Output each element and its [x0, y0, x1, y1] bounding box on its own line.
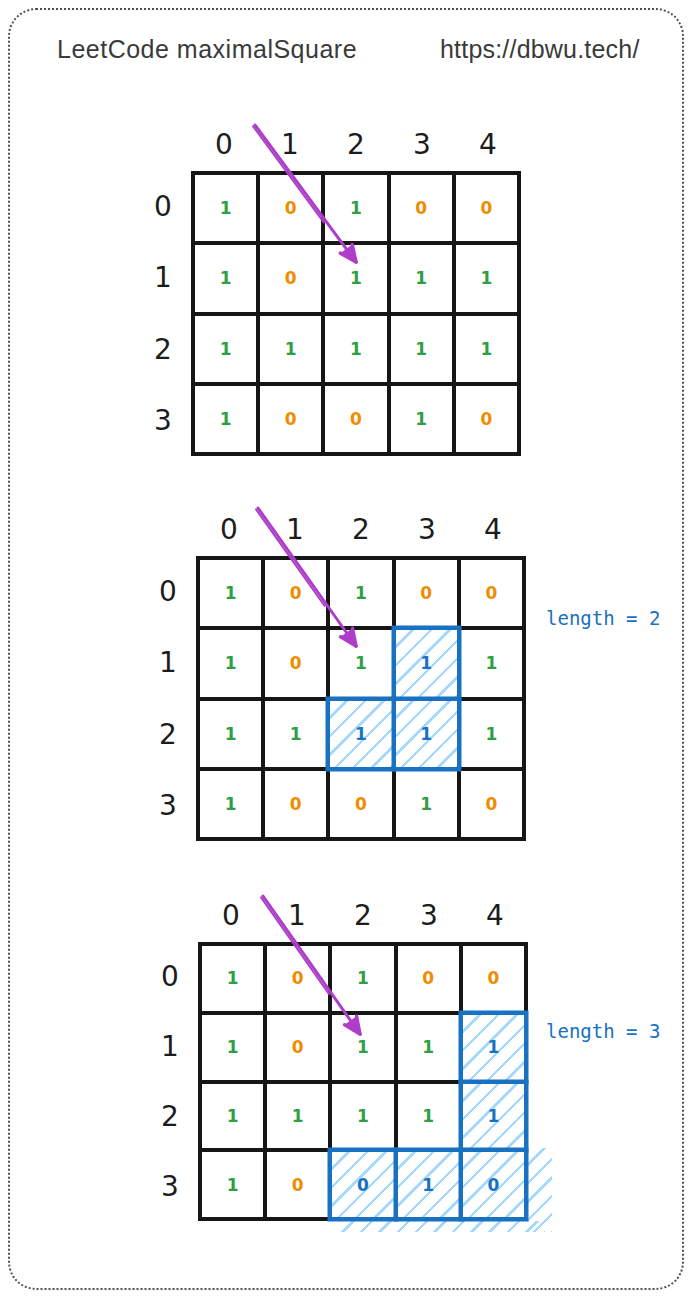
matrix-cell-highlighted: 1 [461, 1013, 526, 1082]
matrix-cell: 0 [461, 944, 526, 1013]
matrix-cell: 1 [330, 1013, 395, 1082]
matrix-cell-highlighted: 1 [461, 1082, 526, 1151]
matrix-cell: 1 [200, 1150, 265, 1219]
matrix-cell: 1 [200, 1013, 265, 1082]
col-label: 4 [462, 898, 528, 934]
matrix-cell: 1 [265, 1082, 330, 1151]
row-labels: 0123 [148, 942, 192, 1221]
matrix-cell: 1 [396, 1013, 461, 1082]
hatch-overflow-bottom [337, 1221, 545, 1232]
matrix-cell: 1 [200, 1082, 265, 1151]
row-label: 3 [148, 1151, 192, 1221]
matrix-cell: 0 [265, 1150, 330, 1219]
row-label: 0 [148, 942, 192, 1012]
matrix-cell-highlighted: 1 [394, 699, 459, 769]
matrix-cell: 1 [396, 1082, 461, 1151]
matrix-cell: 0 [396, 944, 461, 1013]
figure-step-3: 01234012310100101111111110010length = 3 [0, 0, 692, 1298]
diagram-canvas: LeetCode maximalSquare https://dbwu.tech… [0, 0, 692, 1298]
column-labels: 01234 [198, 898, 528, 934]
matrix-cell: 1 [200, 944, 265, 1013]
col-label: 1 [264, 898, 330, 934]
col-label: 0 [198, 898, 264, 934]
matrix-cell-highlighted: 1 [394, 628, 459, 698]
matrix-cell-highlighted: 0 [461, 1150, 526, 1219]
matrix-cell: 1 [330, 1082, 395, 1151]
col-label: 2 [330, 898, 396, 934]
matrix-cell-highlighted: 1 [396, 1150, 461, 1219]
matrix-cell: 0 [265, 1013, 330, 1082]
length-label: length = 2 [546, 607, 660, 629]
length-label: length = 3 [546, 1020, 660, 1042]
row-label: 2 [148, 1082, 192, 1152]
matrix-cell: 0 [265, 944, 330, 1013]
row-label: 1 [148, 1012, 192, 1082]
matrix-cell-highlighted: 0 [330, 1150, 395, 1219]
col-label: 3 [396, 898, 462, 934]
matrix-grid: 10100101111111110010 [198, 942, 528, 1221]
matrix-cell-highlighted: 1 [328, 699, 393, 769]
hatch-overflow-right [528, 1148, 552, 1232]
matrix-cell: 1 [330, 944, 395, 1013]
